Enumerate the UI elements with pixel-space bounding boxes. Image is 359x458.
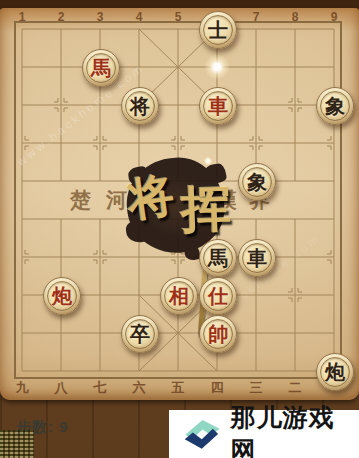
piece-red-炮[interactable]: 炮: [43, 277, 81, 315]
logo-sparkle-icon: [204, 157, 212, 165]
piece-glyph: 炮: [325, 362, 345, 382]
bottom-hud: 步数: 9 那儿游戏网: [0, 400, 359, 458]
piece-red-相[interactable]: 相: [160, 277, 198, 315]
piece-glyph: 炮: [52, 286, 72, 306]
piece-glyph: 卒: [130, 324, 150, 344]
piece-black-馬[interactable]: 馬: [199, 239, 237, 277]
piece-glyph: 車: [247, 248, 267, 268]
piece-glyph: 将: [130, 96, 150, 116]
piece-glyph: 車: [208, 96, 228, 116]
piece-glyph: 仕: [208, 286, 228, 306]
logo-character-1: 将: [125, 172, 177, 224]
piece-red-馬[interactable]: 馬: [82, 49, 120, 87]
logo-character-2: 挥: [180, 183, 232, 235]
piece-red-帥[interactable]: 帥: [199, 315, 237, 353]
piece-black-炮[interactable]: 炮: [316, 353, 354, 391]
piece-glyph: 馬: [91, 58, 111, 78]
piece-black-卒[interactable]: 卒: [121, 315, 159, 353]
piece-red-仕[interactable]: 仕: [199, 277, 237, 315]
piece-black-象[interactable]: 象: [238, 163, 276, 201]
piece-black-車[interactable]: 車: [238, 239, 276, 277]
piece-glyph: 象: [325, 96, 345, 116]
site-logo-text: 那儿游戏网: [231, 401, 359, 458]
piece-black-象[interactable]: 象: [316, 87, 354, 125]
site-logo-badge: 那儿游戏网: [169, 410, 359, 458]
piece-glyph: 士: [208, 20, 228, 40]
move-counter-value: 9: [59, 418, 68, 435]
xiangqi-app-screen: 123456789 九八七六五四三二一 楚河 漢界 www.hackhome.c…: [0, 0, 359, 458]
piece-black-将[interactable]: 将: [121, 87, 159, 125]
piece-black-士[interactable]: 士: [199, 11, 237, 49]
xiangqi-board[interactable]: 123456789 九八七六五四三二一 楚河 漢界 www.hackhome.c…: [0, 8, 359, 400]
corner-watermark-noise: [0, 430, 34, 458]
piece-glyph: 象: [247, 172, 267, 192]
piece-glyph: 相: [169, 286, 189, 306]
piece-glyph: 馬: [208, 248, 228, 268]
last-move-marker: [204, 54, 230, 80]
site-s-ribbon-icon: [181, 412, 223, 456]
piece-red-車[interactable]: 車: [199, 87, 237, 125]
piece-glyph: 帥: [208, 324, 228, 344]
